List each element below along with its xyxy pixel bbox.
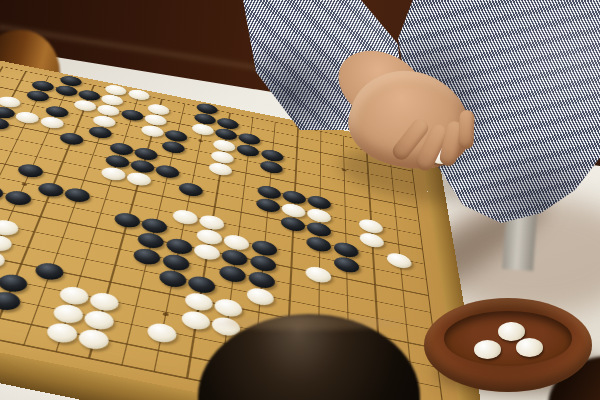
black-stone bbox=[136, 231, 165, 250]
black-stone bbox=[36, 181, 66, 198]
black-stone bbox=[236, 143, 259, 158]
white-stone bbox=[359, 231, 384, 249]
black-stone bbox=[219, 264, 247, 284]
black-stone bbox=[247, 269, 274, 289]
white-stone bbox=[0, 249, 7, 270]
black-stone bbox=[161, 140, 186, 155]
black-stone bbox=[87, 125, 113, 140]
white-stone bbox=[72, 99, 97, 113]
white-stone bbox=[0, 233, 14, 253]
black-stone bbox=[15, 162, 44, 179]
black-stone bbox=[33, 261, 66, 282]
black-stone bbox=[307, 221, 331, 239]
black-stone bbox=[132, 246, 162, 266]
white-stone bbox=[76, 327, 110, 351]
white-stone bbox=[82, 308, 115, 331]
white-stone bbox=[191, 122, 215, 136]
white-stone bbox=[51, 302, 85, 325]
white-stone bbox=[214, 297, 243, 319]
white-stone bbox=[88, 290, 121, 312]
white-stone bbox=[359, 217, 383, 234]
black-stone bbox=[0, 290, 23, 313]
white-stone bbox=[306, 265, 332, 285]
black-stone bbox=[306, 235, 331, 253]
white-stone bbox=[0, 218, 21, 237]
black-stone bbox=[249, 254, 276, 274]
white-stone bbox=[140, 124, 165, 139]
white-stone bbox=[180, 309, 211, 332]
captured-white-stone bbox=[516, 338, 543, 357]
black-stone bbox=[333, 240, 358, 259]
white-stone bbox=[44, 321, 79, 345]
black-stone bbox=[187, 274, 216, 295]
white-stone bbox=[223, 233, 250, 252]
white-stone bbox=[145, 321, 177, 344]
black-stone bbox=[2, 189, 33, 207]
black-stone bbox=[157, 268, 187, 289]
black-stone bbox=[161, 252, 190, 272]
white-stone bbox=[127, 88, 151, 101]
black-stone bbox=[251, 239, 277, 258]
black-stone bbox=[63, 186, 92, 204]
go-game-photo bbox=[0, 0, 600, 400]
black-stone bbox=[0, 105, 17, 120]
black-stone bbox=[259, 159, 282, 175]
white-stone bbox=[198, 213, 225, 231]
black-stone bbox=[155, 163, 181, 179]
black-stone bbox=[120, 108, 145, 122]
white-stone bbox=[246, 286, 274, 307]
star-point bbox=[162, 312, 168, 317]
white-stone bbox=[171, 208, 198, 226]
star-point bbox=[21, 182, 27, 185]
white-stone bbox=[386, 251, 412, 270]
black-stone bbox=[255, 197, 280, 214]
black-stone bbox=[165, 237, 193, 256]
black-stone bbox=[221, 248, 248, 268]
black-stone bbox=[113, 211, 142, 229]
white-stone bbox=[193, 242, 221, 261]
finger bbox=[458, 110, 474, 149]
black-stone bbox=[0, 116, 11, 131]
white-stone bbox=[208, 161, 233, 177]
white-stone bbox=[184, 291, 214, 313]
captured-white-stone bbox=[474, 340, 501, 359]
black-stone bbox=[177, 181, 203, 198]
white-stone bbox=[14, 110, 41, 125]
black-stone bbox=[58, 131, 85, 146]
black-stone bbox=[280, 215, 305, 233]
black-stone bbox=[0, 272, 30, 294]
white-stone bbox=[125, 171, 152, 188]
white-stone bbox=[57, 284, 90, 306]
captured-stones-tray bbox=[424, 298, 592, 392]
black-stone bbox=[25, 89, 51, 103]
white-stone bbox=[196, 228, 223, 247]
captured-white-stone bbox=[498, 322, 525, 341]
black-stone bbox=[257, 184, 281, 201]
star-point bbox=[198, 139, 203, 142]
black-stone bbox=[334, 255, 359, 274]
white-stone bbox=[99, 165, 126, 182]
